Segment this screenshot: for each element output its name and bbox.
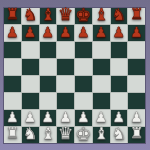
chess-board: ♜♞♝♛♚♝♞♜♟♟♟♟♟♟♟♟♟♟♟♟♟♟♟♟♜♞♝♛♚♝♞♜ xyxy=(4,8,145,143)
square-f5[interactable] xyxy=(93,59,110,75)
square-e5[interactable] xyxy=(75,59,92,75)
square-d6[interactable] xyxy=(57,42,74,58)
square-a4[interactable] xyxy=(4,76,21,92)
piece-white-pawn[interactable]: ♟ xyxy=(6,110,19,124)
square-d4[interactable] xyxy=(57,76,74,92)
piece-white-bishop[interactable]: ♝ xyxy=(41,126,55,142)
piece-red-knight[interactable]: ♞ xyxy=(112,7,126,23)
piece-white-pawn[interactable]: ♟ xyxy=(130,110,143,124)
square-b7[interactable]: ♟ xyxy=(22,25,39,41)
piece-red-queen[interactable]: ♛ xyxy=(58,6,73,23)
square-e1[interactable]: ♚ xyxy=(75,127,92,143)
square-h5[interactable] xyxy=(128,59,145,75)
square-g7[interactable]: ♟ xyxy=(111,25,128,41)
piece-red-pawn[interactable]: ♟ xyxy=(59,25,72,39)
square-g3[interactable] xyxy=(111,93,128,109)
square-h6[interactable] xyxy=(128,42,145,58)
square-d3[interactable] xyxy=(57,93,74,109)
square-f1[interactable]: ♝ xyxy=(93,127,110,143)
square-h8[interactable]: ♜ xyxy=(128,8,145,24)
square-b4[interactable] xyxy=(22,76,39,92)
piece-white-bishop[interactable]: ♝ xyxy=(94,126,108,142)
piece-white-pawn[interactable]: ♟ xyxy=(59,110,72,124)
piece-red-pawn[interactable]: ♟ xyxy=(95,25,108,39)
square-g8[interactable]: ♞ xyxy=(111,8,128,24)
piece-red-pawn[interactable]: ♟ xyxy=(24,25,37,39)
piece-white-rook[interactable]: ♜ xyxy=(130,126,143,141)
square-c7[interactable]: ♟ xyxy=(40,25,57,41)
square-h1[interactable]: ♜ xyxy=(128,127,145,143)
square-c5[interactable] xyxy=(40,59,57,75)
piece-white-pawn[interactable]: ♟ xyxy=(95,110,108,124)
piece-red-knight[interactable]: ♞ xyxy=(23,7,37,23)
square-e7[interactable]: ♟ xyxy=(75,25,92,41)
square-g4[interactable] xyxy=(111,76,128,92)
square-f3[interactable] xyxy=(93,93,110,109)
square-b6[interactable] xyxy=(22,42,39,58)
square-f7[interactable]: ♟ xyxy=(93,25,110,41)
piece-white-pawn[interactable]: ♟ xyxy=(113,110,126,124)
square-d5[interactable] xyxy=(57,59,74,75)
piece-white-pawn[interactable]: ♟ xyxy=(42,110,55,124)
square-a8[interactable]: ♜ xyxy=(4,8,21,24)
square-a3[interactable] xyxy=(4,93,21,109)
square-e3[interactable] xyxy=(75,93,92,109)
piece-white-queen[interactable]: ♛ xyxy=(58,125,73,142)
piece-red-pawn[interactable]: ♟ xyxy=(77,25,90,39)
square-g1[interactable]: ♞ xyxy=(111,127,128,143)
piece-white-knight[interactable]: ♞ xyxy=(23,126,37,142)
piece-white-king[interactable]: ♚ xyxy=(75,125,91,143)
square-g5[interactable] xyxy=(111,59,128,75)
square-c3[interactable] xyxy=(40,93,57,109)
square-f6[interactable] xyxy=(93,42,110,58)
piece-white-knight[interactable]: ♞ xyxy=(112,126,126,142)
square-a7[interactable]: ♟ xyxy=(4,25,21,41)
piece-red-bishop[interactable]: ♝ xyxy=(94,7,108,23)
square-d1[interactable]: ♛ xyxy=(57,127,74,143)
square-a1[interactable]: ♜ xyxy=(4,127,21,143)
square-c1[interactable]: ♝ xyxy=(40,127,57,143)
piece-red-pawn[interactable]: ♟ xyxy=(42,25,55,39)
square-b3[interactable] xyxy=(22,93,39,109)
square-a5[interactable] xyxy=(4,59,21,75)
piece-white-rook[interactable]: ♜ xyxy=(6,126,19,141)
square-b5[interactable] xyxy=(22,59,39,75)
square-c4[interactable] xyxy=(40,76,57,92)
square-d7[interactable]: ♟ xyxy=(57,25,74,41)
piece-red-king[interactable]: ♚ xyxy=(75,6,91,24)
square-d8[interactable]: ♛ xyxy=(57,8,74,24)
square-f8[interactable]: ♝ xyxy=(93,8,110,24)
piece-white-pawn[interactable]: ♟ xyxy=(24,110,37,124)
piece-red-pawn[interactable]: ♟ xyxy=(130,25,143,39)
square-h4[interactable] xyxy=(128,76,145,92)
square-b1[interactable]: ♞ xyxy=(22,127,39,143)
square-e6[interactable] xyxy=(75,42,92,58)
square-c8[interactable]: ♝ xyxy=(40,8,57,24)
square-g6[interactable] xyxy=(111,42,128,58)
square-h7[interactable]: ♟ xyxy=(128,25,145,41)
square-b8[interactable]: ♞ xyxy=(22,8,39,24)
square-e4[interactable] xyxy=(75,76,92,92)
piece-red-rook[interactable]: ♜ xyxy=(6,7,19,22)
square-a6[interactable] xyxy=(4,42,21,58)
square-f4[interactable] xyxy=(93,76,110,92)
square-e8[interactable]: ♚ xyxy=(75,8,92,24)
piece-red-pawn[interactable]: ♟ xyxy=(6,25,19,39)
square-h3[interactable] xyxy=(128,93,145,109)
piece-red-rook[interactable]: ♜ xyxy=(130,7,143,22)
piece-red-bishop[interactable]: ♝ xyxy=(41,7,55,23)
window-background: ♜♞♝♛♚♝♞♜♟♟♟♟♟♟♟♟♟♟♟♟♟♟♟♟♜♞♝♛♚♝♞♜ xyxy=(0,0,150,150)
piece-red-pawn[interactable]: ♟ xyxy=(113,25,126,39)
square-c6[interactable] xyxy=(40,42,57,58)
